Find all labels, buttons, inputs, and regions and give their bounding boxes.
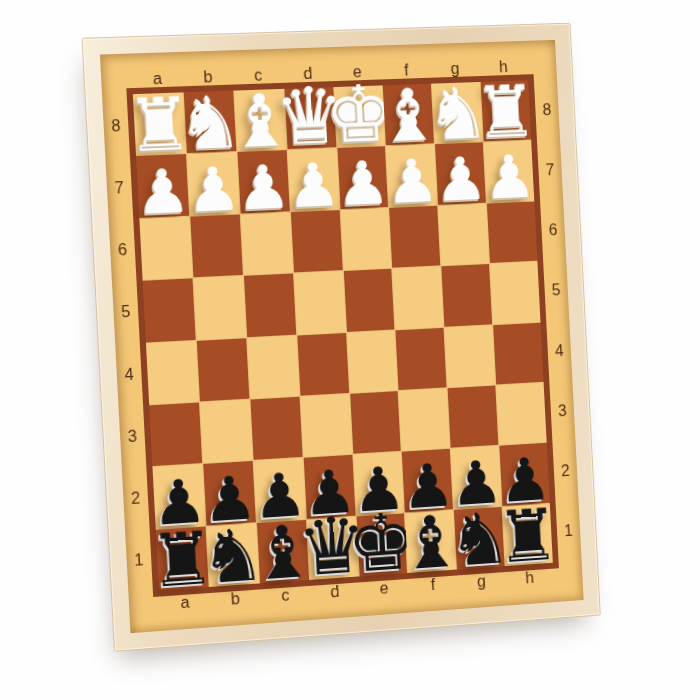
square-h5[interactable]: [490, 262, 540, 324]
piece-white-pawn[interactable]: ♟: [235, 156, 292, 219]
rank-label: 6: [540, 200, 566, 261]
square-c3[interactable]: [250, 397, 302, 460]
rank-label: 5: [543, 260, 569, 321]
rank-label: 5: [112, 281, 140, 344]
piece-black-rook[interactable]: ♜: [495, 498, 561, 573]
square-d3[interactable]: [300, 394, 352, 457]
rank-label: 6: [109, 219, 137, 282]
square-g3[interactable]: [448, 385, 499, 448]
square-b5[interactable]: [193, 276, 246, 339]
square-d4[interactable]: [297, 333, 349, 396]
board-frame: abcdefgh abcdefgh 87654321 87654321 ♜♞♝♛…: [82, 23, 601, 652]
square-b3[interactable]: [200, 400, 252, 464]
piece-white-pawn[interactable]: ♟: [134, 160, 192, 223]
square-d7[interactable]: ♟: [287, 149, 339, 211]
board-face: abcdefgh abcdefgh 87654321 87654321 ♜♞♝♛…: [100, 40, 584, 633]
rank-label: 3: [119, 405, 147, 469]
square-g5[interactable]: [442, 264, 493, 326]
square-a4[interactable]: [146, 340, 199, 404]
chessboard: ♜♞♝♛♚♝♞♜♟♟♟♟♟♟♟♟♟♟♟♟♟♟♟♟♜♞♝♛♚♝♞♜: [126, 74, 559, 597]
square-f6[interactable]: [389, 206, 440, 268]
square-g6[interactable]: [438, 203, 489, 265]
square-f3[interactable]: [399, 388, 450, 451]
piece-white-pawn[interactable]: ♟: [285, 154, 342, 216]
square-b4[interactable]: [197, 338, 250, 402]
square-a6[interactable]: [139, 216, 192, 279]
square-c6[interactable]: [240, 212, 292, 275]
piece-white-rook[interactable]: ♜: [473, 75, 539, 148]
square-e3[interactable]: [350, 391, 401, 454]
square-d5[interactable]: [294, 271, 346, 334]
rank-label: 4: [115, 343, 143, 406]
piece-white-pawn[interactable]: ♟: [185, 158, 243, 221]
square-e6[interactable]: [340, 208, 391, 270]
piece-white-pawn[interactable]: ♟: [482, 146, 537, 207]
photo-background: abcdefgh abcdefgh 87654321 87654321 ♜♞♝♛…: [0, 0, 700, 700]
square-h3[interactable]: [496, 383, 546, 445]
piece-white-pawn[interactable]: ♟: [384, 150, 440, 212]
square-a3[interactable]: [149, 402, 202, 466]
piece-white-pawn[interactable]: ♟: [335, 152, 391, 214]
square-e5[interactable]: [343, 269, 394, 332]
square-e7[interactable]: ♟: [337, 147, 388, 209]
square-h4[interactable]: [493, 322, 543, 384]
square-c5[interactable]: [244, 274, 296, 337]
rank-label: 4: [546, 320, 572, 381]
piece-white-pawn[interactable]: ♟: [433, 148, 489, 210]
rank-label: 2: [122, 467, 150, 531]
square-f5[interactable]: [393, 266, 444, 328]
square-h7[interactable]: ♟: [484, 141, 534, 203]
square-f4[interactable]: [396, 327, 447, 390]
square-h6[interactable]: [487, 201, 537, 263]
square-g7[interactable]: ♟: [435, 143, 486, 205]
square-a5[interactable]: [143, 278, 196, 342]
square-e4[interactable]: [347, 330, 398, 393]
square-d6[interactable]: [290, 210, 342, 273]
square-g4[interactable]: [445, 325, 496, 387]
square-b7[interactable]: ♟: [187, 152, 240, 215]
square-f7[interactable]: ♟: [386, 145, 437, 207]
square-h1[interactable]: ♜: [503, 503, 553, 566]
square-c4[interactable]: [247, 335, 299, 398]
rank-label: 3: [549, 380, 575, 442]
square-h8[interactable]: ♜: [481, 80, 531, 141]
square-a7[interactable]: ♟: [136, 154, 189, 217]
square-b6[interactable]: [190, 214, 243, 277]
rank-label: 7: [537, 140, 563, 201]
square-c7[interactable]: ♟: [237, 150, 289, 213]
